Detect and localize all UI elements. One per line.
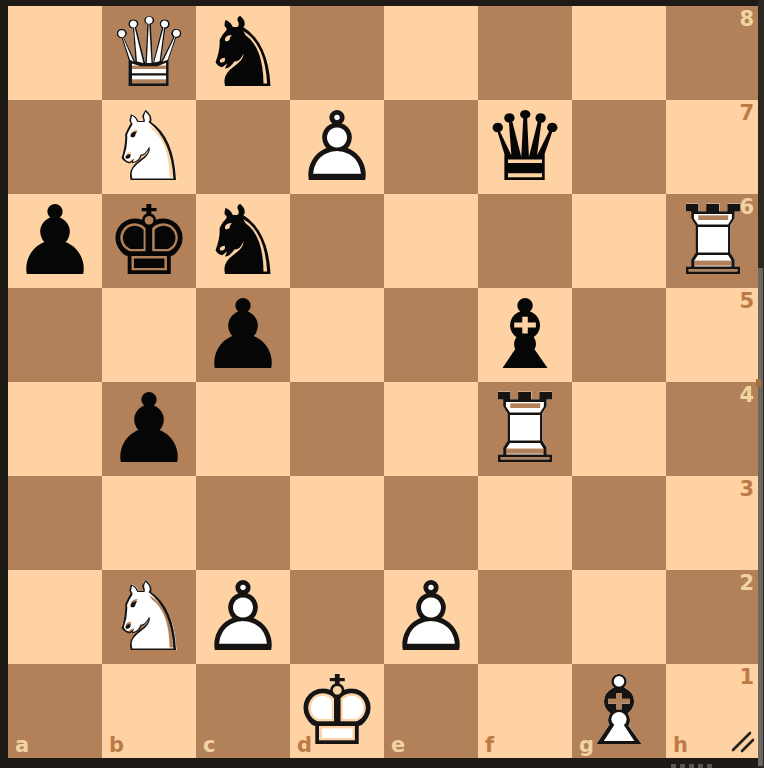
file-label-h: h xyxy=(673,735,688,756)
square-b1[interactable]: b xyxy=(102,664,196,758)
white-pawn[interactable]: ♟♙ xyxy=(196,570,290,664)
white-pawn-outline: ♙ xyxy=(294,100,380,194)
square-d5[interactable] xyxy=(290,288,384,382)
square-b5[interactable] xyxy=(102,288,196,382)
scrollbar-thumb[interactable] xyxy=(758,268,763,766)
page: ♛♕♞8♞♘♟♙♛7♟♚♞6♜♖♟♝5♟♜♖43♞♘♟♙♟♙2abcd♚♔efg… xyxy=(0,0,764,768)
square-c5[interactable]: ♟ xyxy=(196,288,290,382)
scrollbar-track[interactable] xyxy=(758,0,764,768)
square-b7[interactable]: ♞♘ xyxy=(102,100,196,194)
square-a5[interactable] xyxy=(8,288,102,382)
square-f3[interactable] xyxy=(478,476,572,570)
square-b8[interactable]: ♛♕ xyxy=(102,6,196,100)
square-c8[interactable]: ♞ xyxy=(196,6,290,100)
square-g5[interactable] xyxy=(572,288,666,382)
rank-label-6: 6 xyxy=(739,197,754,218)
white-queen[interactable]: ♛♕ xyxy=(102,6,196,100)
square-a2[interactable] xyxy=(8,570,102,664)
white-queen-outline: ♕ xyxy=(106,6,192,100)
square-e2[interactable]: ♟♙ xyxy=(384,570,478,664)
square-e7[interactable] xyxy=(384,100,478,194)
square-g7[interactable] xyxy=(572,100,666,194)
square-e5[interactable] xyxy=(384,288,478,382)
square-d8[interactable] xyxy=(290,6,384,100)
white-knight[interactable]: ♞♘ xyxy=(102,100,196,194)
black-queen-glyph: ♛ xyxy=(482,100,568,194)
black-knight-glyph: ♞ xyxy=(200,6,286,100)
rank-label-1: 1 xyxy=(739,667,754,688)
square-f4[interactable]: ♜♖ xyxy=(478,382,572,476)
black-king[interactable]: ♚ xyxy=(102,194,196,288)
file-label-c: c xyxy=(203,735,215,756)
square-d2[interactable] xyxy=(290,570,384,664)
square-g6[interactable] xyxy=(572,194,666,288)
white-rook[interactable]: ♜♖ xyxy=(478,382,572,476)
square-d1[interactable]: d♚♔ xyxy=(290,664,384,758)
board-resize-handle-icon[interactable] xyxy=(730,728,756,754)
white-bishop[interactable]: ♝♗ xyxy=(572,664,666,758)
rank-label-5: 5 xyxy=(739,291,754,312)
black-knight[interactable]: ♞ xyxy=(196,6,290,100)
white-knight-outline: ♘ xyxy=(106,570,192,664)
white-pawn-outline: ♙ xyxy=(388,570,474,664)
white-bishop-outline: ♗ xyxy=(576,664,662,758)
square-d7[interactable]: ♟♙ xyxy=(290,100,384,194)
square-c2[interactable]: ♟♙ xyxy=(196,570,290,664)
scrollbar-marker xyxy=(756,379,761,387)
rank-label-7: 7 xyxy=(739,103,754,124)
white-knight[interactable]: ♞♘ xyxy=(102,570,196,664)
square-e8[interactable] xyxy=(384,6,478,100)
black-pawn[interactable]: ♟ xyxy=(102,382,196,476)
square-a7[interactable] xyxy=(8,100,102,194)
square-g3[interactable] xyxy=(572,476,666,570)
square-e6[interactable] xyxy=(384,194,478,288)
square-c1[interactable]: c xyxy=(196,664,290,758)
file-label-e: e xyxy=(391,735,405,756)
square-b4[interactable]: ♟ xyxy=(102,382,196,476)
square-h1[interactable]: 1h xyxy=(666,664,760,758)
rank-label-3: 3 xyxy=(739,479,754,500)
black-knight[interactable]: ♞ xyxy=(196,194,290,288)
rank-label-4: 4 xyxy=(739,385,754,406)
square-c7[interactable] xyxy=(196,100,290,194)
square-b6[interactable]: ♚ xyxy=(102,194,196,288)
square-b2[interactable]: ♞♘ xyxy=(102,570,196,664)
square-h6[interactable]: 6♜♖ xyxy=(666,194,760,288)
black-pawn[interactable]: ♟ xyxy=(196,288,290,382)
square-f6[interactable] xyxy=(478,194,572,288)
square-a3[interactable] xyxy=(8,476,102,570)
square-c4[interactable] xyxy=(196,382,290,476)
black-pawn[interactable]: ♟ xyxy=(8,194,102,288)
black-knight-glyph: ♞ xyxy=(200,194,286,288)
chess-board: ♛♕♞8♞♘♟♙♛7♟♚♞6♜♖♟♝5♟♜♖43♞♘♟♙♟♙2abcd♚♔efg… xyxy=(8,6,760,758)
black-pawn-glyph: ♟ xyxy=(200,288,286,382)
square-c3[interactable] xyxy=(196,476,290,570)
square-h2[interactable]: 2 xyxy=(666,570,760,664)
white-rook-outline: ♖ xyxy=(482,382,568,476)
square-a4[interactable] xyxy=(8,382,102,476)
file-label-b: b xyxy=(109,735,124,756)
black-king-glyph: ♚ xyxy=(106,194,192,288)
black-pawn-glyph: ♟ xyxy=(106,382,192,476)
square-h8[interactable]: 8 xyxy=(666,6,760,100)
square-c6[interactable]: ♞ xyxy=(196,194,290,288)
square-b3[interactable] xyxy=(102,476,196,570)
white-king-outline: ♔ xyxy=(294,664,380,758)
clipped-page-text xyxy=(671,764,713,768)
square-d3[interactable] xyxy=(290,476,384,570)
square-h7[interactable]: 7 xyxy=(666,100,760,194)
rank-label-2: 2 xyxy=(739,573,754,594)
black-bishop-glyph: ♝ xyxy=(482,288,568,382)
square-f8[interactable] xyxy=(478,6,572,100)
square-e3[interactable] xyxy=(384,476,478,570)
square-g4[interactable] xyxy=(572,382,666,476)
white-knight-outline: ♘ xyxy=(106,100,192,194)
square-a8[interactable] xyxy=(8,6,102,100)
white-pawn[interactable]: ♟♙ xyxy=(384,570,478,664)
square-h3[interactable]: 3 xyxy=(666,476,760,570)
white-pawn-outline: ♙ xyxy=(200,570,286,664)
square-a6[interactable]: ♟ xyxy=(8,194,102,288)
square-e4[interactable] xyxy=(384,382,478,476)
square-e1[interactable]: e xyxy=(384,664,478,758)
square-h5[interactable]: 5 xyxy=(666,288,760,382)
square-f5[interactable]: ♝ xyxy=(478,288,572,382)
black-queen[interactable]: ♛ xyxy=(478,100,572,194)
file-label-a: a xyxy=(15,735,29,756)
square-f2[interactable] xyxy=(478,570,572,664)
square-g2[interactable] xyxy=(572,570,666,664)
rank-label-8: 8 xyxy=(739,9,754,30)
square-g1[interactable]: g♝♗ xyxy=(572,664,666,758)
square-h4[interactable]: 4 xyxy=(666,382,760,476)
square-g8[interactable] xyxy=(572,6,666,100)
square-a1[interactable]: a xyxy=(8,664,102,758)
white-king[interactable]: ♚♔ xyxy=(290,664,384,758)
file-label-f: f xyxy=(485,735,494,756)
square-d4[interactable] xyxy=(290,382,384,476)
black-bishop[interactable]: ♝ xyxy=(478,288,572,382)
square-f1[interactable]: f xyxy=(478,664,572,758)
white-pawn[interactable]: ♟♙ xyxy=(290,100,384,194)
square-d6[interactable] xyxy=(290,194,384,288)
black-pawn-glyph: ♟ xyxy=(12,194,98,288)
square-f7[interactable]: ♛ xyxy=(478,100,572,194)
